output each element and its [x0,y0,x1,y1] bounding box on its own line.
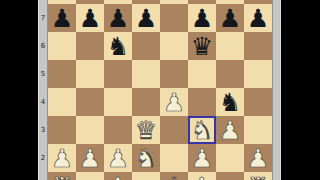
square-d4[interactable] [132,88,160,116]
square-c3[interactable] [104,116,132,144]
piece-white-bishop[interactable]: ♝ [188,172,216,180]
square-c1[interactable]: ♝ [104,172,132,180]
square-e3[interactable] [160,116,188,144]
square-f1[interactable]: ♝ [188,172,216,180]
square-f4[interactable] [188,88,216,116]
piece-black-king[interactable]: ♚ [160,0,188,4]
square-d5[interactable] [132,60,160,88]
square-h1[interactable]: ♜ [244,172,272,180]
piece-black-pawn[interactable]: ♟ [132,4,160,32]
piece-black-pawn[interactable]: ♟ [216,4,244,32]
piece-black-pawn[interactable]: ♟ [48,4,76,32]
rank-label-4: 4 [39,88,47,116]
piece-black-knight[interactable]: ♞ [216,88,244,116]
square-c4[interactable] [104,88,132,116]
square-b6[interactable] [76,32,104,60]
board-frame-right [272,0,281,180]
square-d3[interactable]: ♛ [132,116,160,144]
square-g6[interactable] [216,32,244,60]
square-b7[interactable]: ♟ [76,4,104,32]
piece-white-knight[interactable]: ♞ [132,144,160,172]
piece-white-king[interactable]: ♚ [160,172,188,180]
square-g4[interactable]: ♞ [216,88,244,116]
square-b5[interactable] [76,60,104,88]
square-c2[interactable]: ♟ [104,144,132,172]
square-b1[interactable] [76,172,104,180]
square-a3[interactable] [48,116,76,144]
piece-black-knight[interactable]: ♞ [104,32,132,60]
piece-white-pawn[interactable]: ♟ [160,88,188,116]
piece-white-rook[interactable]: ♜ [48,172,76,180]
rank-label-1: 1 [39,172,47,180]
square-f6[interactable]: ♛ [188,32,216,60]
rank-label-3: 3 [39,116,47,144]
square-e8[interactable]: ♚ [160,0,188,4]
square-e1[interactable]: ♚ [160,172,188,180]
square-f5[interactable] [188,60,216,88]
square-a2[interactable]: ♟ [48,144,76,172]
rank-label-strip: 87654321 [38,0,48,180]
piece-white-queen[interactable]: ♛ [132,116,160,144]
square-c7[interactable]: ♟ [104,4,132,32]
letterbox-bar-right [281,0,320,180]
rank-label-7: 7 [39,4,47,32]
square-d7[interactable]: ♟ [132,4,160,32]
square-c6[interactable]: ♞ [104,32,132,60]
piece-white-pawn[interactable]: ♟ [244,144,272,172]
piece-black-pawn[interactable]: ♟ [76,4,104,32]
square-a1[interactable]: ♜ [48,172,76,180]
square-h6[interactable] [244,32,272,60]
piece-white-rook[interactable]: ♜ [244,172,272,180]
piece-white-pawn[interactable]: ♟ [216,116,244,144]
letterboxed-video-frame: 87654321 ♜♝♚♝♜♟♟♟♟♟♟♟♞♛♟♞♛♞♟♟♟♟♞♟♟♜♝♚♝♜ [0,0,320,180]
square-g1[interactable] [216,172,244,180]
square-g2[interactable] [216,144,244,172]
rank-label-6: 6 [39,32,47,60]
square-a6[interactable] [48,32,76,60]
piece-white-pawn[interactable]: ♟ [48,144,76,172]
square-d6[interactable] [132,32,160,60]
chess-board: ♜♝♚♝♜♟♟♟♟♟♟♟♞♛♟♞♛♞♟♟♟♟♞♟♟♜♝♚♝♜ [48,0,272,180]
square-b4[interactable] [76,88,104,116]
piece-black-pawn[interactable]: ♟ [244,4,272,32]
square-a7[interactable]: ♟ [48,4,76,32]
square-f2[interactable]: ♟ [188,144,216,172]
square-e2[interactable] [160,144,188,172]
square-e4[interactable]: ♟ [160,88,188,116]
square-h5[interactable] [244,60,272,88]
square-h2[interactable]: ♟ [244,144,272,172]
square-h3[interactable] [244,116,272,144]
rank-label-5: 5 [39,60,47,88]
rank-label-2: 2 [39,144,47,172]
square-f7[interactable]: ♟ [188,4,216,32]
piece-white-knight[interactable]: ♞ [188,116,216,144]
square-b3[interactable] [76,116,104,144]
square-g7[interactable]: ♟ [216,4,244,32]
piece-black-pawn[interactable]: ♟ [104,4,132,32]
square-f3[interactable]: ♞ [188,116,216,144]
square-a5[interactable] [48,60,76,88]
square-g5[interactable] [216,60,244,88]
square-e5[interactable] [160,60,188,88]
square-b2[interactable]: ♟ [76,144,104,172]
square-e7[interactable] [160,4,188,32]
square-e6[interactable] [160,32,188,60]
square-g3[interactable]: ♟ [216,116,244,144]
square-d2[interactable]: ♞ [132,144,160,172]
square-h4[interactable] [244,88,272,116]
piece-white-pawn[interactable]: ♟ [76,144,104,172]
piece-white-pawn[interactable]: ♟ [188,144,216,172]
piece-white-bishop[interactable]: ♝ [104,172,132,180]
square-h7[interactable]: ♟ [244,4,272,32]
piece-white-pawn[interactable]: ♟ [104,144,132,172]
letterbox-bar-left [0,0,38,180]
square-d1[interactable] [132,172,160,180]
square-c5[interactable] [104,60,132,88]
square-a4[interactable] [48,88,76,116]
piece-black-queen[interactable]: ♛ [188,32,216,60]
piece-black-pawn[interactable]: ♟ [188,4,216,32]
